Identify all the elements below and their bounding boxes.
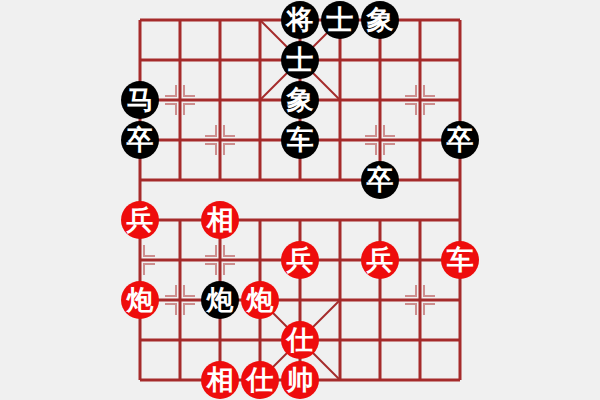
piece-red-elephant[interactable]: 相 — [201, 201, 239, 239]
piece-red-cannon[interactable]: 炮 — [121, 281, 159, 319]
piece-red-soldier[interactable]: 兵 — [281, 241, 319, 279]
piece-red-advisor[interactable]: 仕 — [281, 321, 319, 359]
piece-black-soldier[interactable]: 卒 — [361, 161, 399, 199]
piece-black-advisor[interactable]: 士 — [281, 41, 319, 79]
piece-black-cannon[interactable]: 炮 — [201, 281, 239, 319]
piece-black-elephant[interactable]: 象 — [361, 1, 399, 39]
piece-black-elephant[interactable]: 象 — [281, 81, 319, 119]
piece-black-horse[interactable]: 马 — [121, 81, 159, 119]
piece-red-advisor[interactable]: 仕 — [241, 361, 279, 399]
piece-black-general[interactable]: 将 — [281, 1, 319, 39]
piece-red-cannon[interactable]: 炮 — [241, 281, 279, 319]
piece-red-elephant[interactable]: 相 — [201, 361, 239, 399]
xiangqi-board: 将士象士马象卒车卒卒炮兵相兵兵车炮炮仕相仕帅 — [0, 0, 600, 400]
piece-red-general[interactable]: 帅 — [281, 361, 319, 399]
piece-red-soldier[interactable]: 兵 — [361, 241, 399, 279]
piece-red-chariot[interactable]: 车 — [441, 241, 479, 279]
piece-black-advisor[interactable]: 士 — [321, 1, 359, 39]
piece-black-chariot[interactable]: 车 — [281, 121, 319, 159]
piece-red-soldier[interactable]: 兵 — [121, 201, 159, 239]
piece-black-soldier[interactable]: 卒 — [121, 121, 159, 159]
piece-black-soldier[interactable]: 卒 — [441, 121, 479, 159]
